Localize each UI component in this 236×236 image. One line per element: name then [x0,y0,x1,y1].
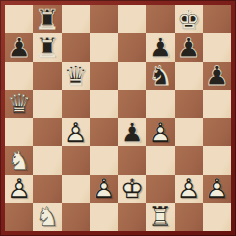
square-a1[interactable] [5,203,33,231]
white-piece-fill: ♟ [175,175,203,203]
square-g3[interactable] [175,146,203,174]
black-pawn-piece[interactable]: ♟ [118,118,146,146]
square-g7[interactable]: ♟ [175,33,203,61]
black-piece-glyph: ♛ [62,62,90,90]
square-a3[interactable]: ♞♘ [5,146,33,174]
black-piece-glyph: ♟ [203,62,231,90]
black-rook-piece[interactable]: ♜ [33,33,61,61]
square-d7[interactable] [90,33,118,61]
square-f1[interactable]: ♜♖ [146,203,174,231]
white-piece-fill: ♚ [118,175,146,203]
square-d4[interactable] [90,118,118,146]
square-g2[interactable]: ♟♙ [175,175,203,203]
square-h5[interactable] [203,90,231,118]
black-piece-glyph: ♟ [5,33,33,61]
square-f2[interactable] [146,175,174,203]
white-pawn-piece[interactable]: ♟♙ [146,118,174,146]
square-e7[interactable] [118,33,146,61]
white-piece-outline: ♔ [118,175,146,203]
square-g6[interactable] [175,62,203,90]
square-e1[interactable] [118,203,146,231]
square-d6[interactable] [90,62,118,90]
square-a8[interactable] [5,5,33,33]
square-d8[interactable] [90,5,118,33]
square-h4[interactable] [203,118,231,146]
square-e4[interactable]: ♟ [118,118,146,146]
white-knight-piece[interactable]: ♞♘ [33,203,61,231]
square-f5[interactable] [146,90,174,118]
white-pawn-piece[interactable]: ♟♙ [203,175,231,203]
square-f4[interactable]: ♟♙ [146,118,174,146]
white-piece-outline: ♙ [90,175,118,203]
square-c8[interactable] [62,5,90,33]
square-c3[interactable] [62,146,90,174]
square-c1[interactable] [62,203,90,231]
square-a2[interactable]: ♟♙ [5,175,33,203]
white-piece-fill: ♟ [62,118,90,146]
black-piece-glyph: ♚ [175,5,203,33]
black-pawn-piece[interactable]: ♟ [203,62,231,90]
square-d2[interactable]: ♟♙ [90,175,118,203]
square-h6[interactable]: ♟ [203,62,231,90]
white-piece-fill: ♛ [5,90,33,118]
square-d5[interactable] [90,90,118,118]
white-piece-outline: ♘ [5,146,33,174]
white-piece-fill: ♜ [146,203,174,231]
white-piece-outline: ♕ [5,90,33,118]
black-king-piece[interactable]: ♚ [175,5,203,33]
white-piece-outline: ♙ [5,175,33,203]
square-e8[interactable] [118,5,146,33]
square-b1[interactable]: ♞♘ [33,203,61,231]
square-a5[interactable]: ♛♕ [5,90,33,118]
white-pawn-piece[interactable]: ♟♙ [90,175,118,203]
square-b7[interactable]: ♜ [33,33,61,61]
square-a7[interactable]: ♟ [5,33,33,61]
white-pawn-piece[interactable]: ♟♙ [175,175,203,203]
square-c4[interactable]: ♟♙ [62,118,90,146]
square-g1[interactable] [175,203,203,231]
square-c7[interactable] [62,33,90,61]
board-frame: ♜♚♟♜♟♟♛♞♟♛♕♟♙♟♟♙♞♘♟♙♟♙♚♔♟♙♟♙♞♘♜♖ [0,0,236,236]
black-piece-glyph: ♜ [33,5,61,33]
square-e2[interactable]: ♚♔ [118,175,146,203]
square-b2[interactable] [33,175,61,203]
white-queen-piece[interactable]: ♛♕ [5,90,33,118]
black-pawn-piece[interactable]: ♟ [175,33,203,61]
square-c6[interactable]: ♛ [62,62,90,90]
square-f3[interactable] [146,146,174,174]
white-piece-outline: ♙ [203,175,231,203]
square-h8[interactable] [203,5,231,33]
square-a6[interactable] [5,62,33,90]
square-e3[interactable] [118,146,146,174]
white-pawn-piece[interactable]: ♟♙ [62,118,90,146]
white-piece-fill: ♟ [146,118,174,146]
black-queen-piece[interactable]: ♛ [62,62,90,90]
square-f7[interactable]: ♟ [146,33,174,61]
white-piece-fill: ♟ [90,175,118,203]
black-pawn-piece[interactable]: ♟ [146,33,174,61]
black-piece-glyph: ♞ [146,62,174,90]
white-piece-outline: ♙ [62,118,90,146]
black-piece-glyph: ♟ [118,118,146,146]
white-piece-fill: ♞ [33,203,61,231]
white-rook-piece[interactable]: ♜♖ [146,203,174,231]
chess-board: ♜♚♟♜♟♟♛♞♟♛♕♟♙♟♟♙♞♘♟♙♟♙♚♔♟♙♟♙♞♘♜♖ [5,5,231,231]
white-piece-fill: ♟ [203,175,231,203]
white-king-piece[interactable]: ♚♔ [118,175,146,203]
square-h2[interactable]: ♟♙ [203,175,231,203]
square-f6[interactable]: ♞ [146,62,174,90]
square-g4[interactable] [175,118,203,146]
square-b5[interactable] [33,90,61,118]
square-a4[interactable] [5,118,33,146]
white-piece-outline: ♙ [146,118,174,146]
square-h7[interactable] [203,33,231,61]
white-piece-fill: ♟ [5,175,33,203]
square-e5[interactable] [118,90,146,118]
black-pawn-piece[interactable]: ♟ [5,33,33,61]
white-piece-fill: ♞ [5,146,33,174]
black-piece-glyph: ♜ [33,33,61,61]
square-g8[interactable]: ♚ [175,5,203,33]
white-pawn-piece[interactable]: ♟♙ [5,175,33,203]
square-c5[interactable] [62,90,90,118]
white-knight-piece[interactable]: ♞♘ [5,146,33,174]
square-d1[interactable] [90,203,118,231]
square-e6[interactable] [118,62,146,90]
square-d3[interactable] [90,146,118,174]
square-b6[interactable] [33,62,61,90]
square-b4[interactable] [33,118,61,146]
square-b8[interactable]: ♜ [33,5,61,33]
square-b3[interactable] [33,146,61,174]
black-piece-glyph: ♟ [146,33,174,61]
square-h3[interactable] [203,146,231,174]
square-g5[interactable] [175,90,203,118]
black-knight-piece[interactable]: ♞ [146,62,174,90]
white-piece-outline: ♖ [146,203,174,231]
black-piece-glyph: ♟ [175,33,203,61]
black-rook-piece[interactable]: ♜ [33,5,61,33]
square-h1[interactable] [203,203,231,231]
white-piece-outline: ♙ [175,175,203,203]
square-c2[interactable] [62,175,90,203]
white-piece-outline: ♘ [33,203,61,231]
square-f8[interactable] [146,5,174,33]
